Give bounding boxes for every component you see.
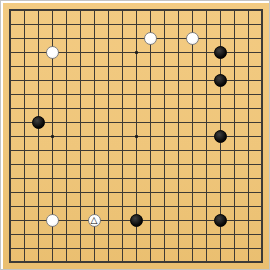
black-stone-K4 xyxy=(130,214,143,227)
black-stone-Q14 xyxy=(214,74,227,87)
white-stone-D16 xyxy=(46,46,59,59)
white-stone-O17 xyxy=(186,32,199,45)
star-point xyxy=(135,135,138,138)
white-stone-G4: △ xyxy=(88,214,101,227)
goban-grid[interactable]: △ xyxy=(3,3,269,269)
go-board-screenshot: △ xyxy=(0,0,270,270)
black-stone-Q4 xyxy=(214,214,227,227)
black-stone-C11 xyxy=(32,116,45,129)
white-stone-D4 xyxy=(46,214,59,227)
star-point xyxy=(51,135,54,138)
star-point xyxy=(135,51,138,54)
black-stone-Q16 xyxy=(214,46,227,59)
goban-board: △ xyxy=(3,3,269,269)
black-stone-Q10 xyxy=(214,130,227,143)
triangle-marker-icon: △ xyxy=(91,215,98,224)
white-stone-L17 xyxy=(144,32,157,45)
